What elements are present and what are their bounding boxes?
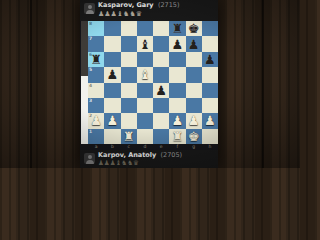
square-c3[interactable] — [121, 98, 137, 113]
square-b7[interactable] — [104, 36, 120, 51]
rank-label-2: 2 — [89, 113, 92, 118]
bottom-captured-pieces: ♟♟♟♝♞♞♛ — [98, 159, 139, 167]
square-g4[interactable] — [186, 83, 202, 98]
square-a1[interactable]: 1 — [88, 129, 104, 144]
piece-black-bishop[interactable]: ♝ — [139, 38, 151, 51]
square-h5[interactable] — [202, 67, 218, 82]
piece-white-pawn[interactable]: ♟ — [204, 114, 216, 127]
piece-white-king[interactable]: ♚ — [188, 130, 200, 143]
evaluation-bar — [81, 21, 88, 144]
piece-white-rook[interactable]: ♜ — [172, 130, 184, 143]
square-h6[interactable]: ♟ — [202, 52, 218, 67]
piece-black-pawn[interactable]: ♟ — [107, 68, 119, 81]
chess-app-panel: Kasparov, Gary (2715) ♟♟♟♝♞♞♛ 8♜♚7♝♟♟6♜♟… — [80, 0, 218, 168]
square-e3[interactable] — [153, 98, 169, 113]
square-c4[interactable] — [121, 83, 137, 98]
square-h1[interactable] — [202, 129, 218, 144]
square-b8[interactable] — [104, 21, 120, 36]
square-f3[interactable] — [169, 98, 185, 113]
square-c6[interactable] — [121, 52, 137, 67]
piece-white-bishop[interactable]: ♝ — [139, 68, 151, 81]
square-c5[interactable] — [121, 67, 137, 82]
top-player-name: Kasparov, Gary (2715) — [98, 1, 180, 9]
square-c7[interactable] — [121, 36, 137, 51]
wood-plank-seam — [30, 0, 32, 168]
square-e1[interactable] — [153, 129, 169, 144]
top-player-bar: Kasparov, Gary (2715) ♟♟♟♝♞♞♛ — [80, 0, 218, 21]
square-f7[interactable]: ♟ — [169, 36, 185, 51]
square-g8[interactable]: ♚ — [186, 21, 202, 36]
evaluation-bar-white-part — [81, 76, 88, 144]
piece-white-rook[interactable]: ♜ — [123, 130, 135, 143]
square-g7[interactable]: ♟ — [186, 36, 202, 51]
square-d5[interactable]: ♝ — [137, 67, 153, 82]
square-h7[interactable] — [202, 36, 218, 51]
player-name-text: Kasparov, Gary — [98, 1, 154, 9]
square-d4[interactable] — [137, 83, 153, 98]
piece-white-pawn[interactable]: ♟ — [188, 114, 200, 127]
rank-label-8: 8 — [89, 21, 92, 26]
avatar-person-icon — [88, 5, 92, 9]
avatar-person-icon — [86, 10, 94, 15]
square-a5[interactable]: 5 — [88, 67, 104, 82]
piece-black-pawn[interactable]: ♟ — [188, 38, 200, 51]
square-b1[interactable] — [104, 129, 120, 144]
top-captured-pieces: ♟♟♟♝♞♞♛ — [98, 10, 142, 18]
square-a2[interactable]: 2♟ — [88, 113, 104, 128]
chess-board: 8♜♚7♝♟♟6♜♟5♟♝4♟32♟♟♟♟♟1♜♜♚ — [88, 21, 218, 144]
square-h4[interactable] — [202, 83, 218, 98]
piece-black-king[interactable]: ♚ — [188, 22, 200, 35]
piece-white-pawn[interactable]: ♟ — [107, 114, 119, 127]
square-d3[interactable] — [137, 98, 153, 113]
square-g2[interactable]: ♟ — [186, 113, 202, 128]
square-f4[interactable] — [169, 83, 185, 98]
square-f8[interactable]: ♜ — [169, 21, 185, 36]
square-h3[interactable] — [202, 98, 218, 113]
square-b6[interactable] — [104, 52, 120, 67]
square-a8[interactable]: 8 — [88, 21, 104, 36]
square-e2[interactable] — [153, 113, 169, 128]
piece-black-rook[interactable]: ♜ — [172, 22, 184, 35]
square-d8[interactable] — [137, 21, 153, 36]
player-name-text: Karpov, Anatoly — [98, 151, 156, 159]
rank-label-3: 3 — [89, 98, 92, 103]
piece-black-pawn[interactable]: ♟ — [204, 53, 216, 66]
piece-black-pawn[interactable]: ♟ — [155, 84, 167, 97]
square-d1[interactable] — [137, 129, 153, 144]
square-d7[interactable]: ♝ — [137, 36, 153, 51]
square-a6[interactable]: 6♜ — [88, 52, 104, 67]
square-e4[interactable]: ♟ — [153, 83, 169, 98]
rank-label-4: 4 — [89, 83, 92, 88]
square-b5[interactable]: ♟ — [104, 67, 120, 82]
player-rating: (2705) — [161, 151, 183, 159]
square-f1[interactable]: ♜ — [169, 129, 185, 144]
player-rating: (2715) — [158, 1, 180, 9]
square-c1[interactable]: ♜ — [121, 129, 137, 144]
square-g5[interactable] — [186, 67, 202, 82]
square-e5[interactable] — [153, 67, 169, 82]
bottom-player-avatar[interactable] — [84, 153, 95, 164]
square-e6[interactable] — [153, 52, 169, 67]
rank-label-7: 7 — [89, 36, 92, 41]
avatar-person-icon — [88, 155, 92, 159]
square-c8[interactable] — [121, 21, 137, 36]
square-h2[interactable]: ♟ — [202, 113, 218, 128]
top-player-avatar[interactable] — [84, 3, 95, 14]
square-a7[interactable]: 7 — [88, 36, 104, 51]
square-g1[interactable]: ♚ — [186, 129, 202, 144]
bottom-player-bar: Karpov, Anatoly (2705) ♟♟♟♝♞♞♛ — [80, 150, 218, 168]
square-g3[interactable] — [186, 98, 202, 113]
square-b4[interactable] — [104, 83, 120, 98]
square-b2[interactable]: ♟ — [104, 113, 120, 128]
rank-label-6: 6 — [89, 52, 92, 57]
square-f2[interactable]: ♟ — [169, 113, 185, 128]
rank-label-1: 1 — [89, 129, 92, 134]
square-e7[interactable] — [153, 36, 169, 51]
rank-label-5: 5 — [89, 67, 92, 72]
square-f6[interactable] — [169, 52, 185, 67]
square-h8[interactable] — [202, 21, 218, 36]
piece-white-pawn[interactable]: ♟ — [172, 114, 184, 127]
bottom-player-name: Karpov, Anatoly (2705) — [98, 151, 182, 159]
piece-black-pawn[interactable]: ♟ — [172, 38, 184, 51]
square-e8[interactable] — [153, 21, 169, 36]
square-f5[interactable] — [169, 67, 185, 82]
square-b3[interactable] — [104, 98, 120, 113]
square-c2[interactable] — [121, 113, 137, 128]
square-g6[interactable] — [186, 52, 202, 67]
square-d6[interactable] — [137, 52, 153, 67]
square-a3[interactable]: 3 — [88, 98, 104, 113]
wood-plank-seam — [262, 0, 264, 168]
square-a4[interactable]: 4 — [88, 83, 104, 98]
square-d2[interactable] — [137, 113, 153, 128]
avatar-person-icon — [86, 160, 94, 165]
